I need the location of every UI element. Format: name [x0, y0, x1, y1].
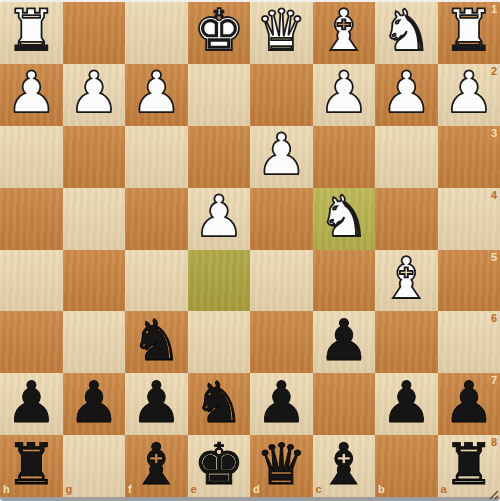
square-b3[interactable]: [375, 126, 438, 188]
piece-white-pawn[interactable]: ♟: [131, 64, 182, 121]
square-a1[interactable]: ♜1: [438, 2, 500, 64]
piece-white-pawn[interactable]: ♟: [256, 126, 307, 183]
resize-handle-icon[interactable]: [487, 488, 499, 500]
square-e4[interactable]: ♟: [188, 188, 251, 250]
piece-black-queen[interactable]: ♛: [256, 436, 307, 493]
square-g1[interactable]: [63, 2, 126, 64]
square-e6[interactable]: [188, 311, 251, 373]
square-f6[interactable]: ♞: [125, 311, 188, 373]
square-d8[interactable]: ♛d: [250, 435, 313, 497]
chess-app-window: ♜♚♛♝♞♜1♟♟♟♟♟♟2♟3♟♞4♝5♞♟6♟♟♟♞♟♟♟7♜hg♝f♚e♛…: [0, 0, 500, 501]
piece-white-rook[interactable]: ♜: [443, 2, 494, 59]
piece-black-knight[interactable]: ♞: [193, 374, 244, 431]
square-d5[interactable]: [250, 250, 313, 312]
square-h1[interactable]: ♜: [0, 2, 63, 64]
piece-black-pawn[interactable]: ♟: [443, 374, 494, 431]
square-g2[interactable]: ♟: [63, 64, 126, 126]
square-b6[interactable]: [375, 311, 438, 373]
square-c6[interactable]: ♟: [313, 311, 376, 373]
square-f5[interactable]: [125, 250, 188, 312]
square-c3[interactable]: [313, 126, 376, 188]
piece-black-knight[interactable]: ♞: [131, 312, 182, 369]
square-b7[interactable]: ♟: [375, 373, 438, 435]
square-h6[interactable]: [0, 311, 63, 373]
square-e3[interactable]: [188, 126, 251, 188]
piece-white-knight[interactable]: ♞: [381, 2, 432, 59]
piece-white-king[interactable]: ♚: [193, 2, 244, 59]
piece-black-king[interactable]: ♚: [193, 436, 244, 493]
piece-white-pawn[interactable]: ♟: [6, 64, 57, 121]
rank-label-4: 4: [491, 190, 497, 201]
file-label-b: b: [378, 484, 385, 495]
square-g5[interactable]: [63, 250, 126, 312]
square-d4[interactable]: [250, 188, 313, 250]
piece-black-pawn[interactable]: ♟: [381, 374, 432, 431]
square-a4[interactable]: 4: [438, 188, 500, 250]
square-b4[interactable]: [375, 188, 438, 250]
piece-black-rook[interactable]: ♜: [443, 436, 494, 493]
square-c1[interactable]: ♝: [313, 2, 376, 64]
square-e8[interactable]: ♚e: [188, 435, 251, 497]
square-f4[interactable]: [125, 188, 188, 250]
rank-label-3: 3: [491, 128, 497, 139]
square-h7[interactable]: ♟: [0, 373, 63, 435]
piece-black-pawn[interactable]: ♟: [131, 374, 182, 431]
piece-black-bishop[interactable]: ♝: [318, 436, 369, 493]
chess-board: ♜♚♛♝♞♜1♟♟♟♟♟♟2♟3♟♞4♝5♞♟6♟♟♟♞♟♟♟7♜hg♝f♚e♛…: [0, 2, 500, 497]
square-b1[interactable]: ♞: [375, 2, 438, 64]
square-h3[interactable]: [0, 126, 63, 188]
square-f8[interactable]: ♝f: [125, 435, 188, 497]
piece-white-knight[interactable]: ♞: [318, 188, 369, 245]
square-d2[interactable]: [250, 64, 313, 126]
square-f1[interactable]: [125, 2, 188, 64]
square-c5[interactable]: [313, 250, 376, 312]
piece-black-pawn[interactable]: ♟: [318, 312, 369, 369]
piece-white-pawn[interactable]: ♟: [318, 64, 369, 121]
piece-black-pawn[interactable]: ♟: [68, 374, 119, 431]
square-g3[interactable]: [63, 126, 126, 188]
rank-label-5: 5: [491, 252, 497, 263]
square-g7[interactable]: ♟: [63, 373, 126, 435]
square-a3[interactable]: 3: [438, 126, 500, 188]
square-e2[interactable]: [188, 64, 251, 126]
bottom-border: [0, 497, 500, 501]
piece-white-pawn[interactable]: ♟: [443, 64, 494, 121]
square-g6[interactable]: [63, 311, 126, 373]
rank-label-6: 6: [491, 313, 497, 324]
square-h4[interactable]: [0, 188, 63, 250]
square-a2[interactable]: ♟2: [438, 64, 500, 126]
piece-black-rook[interactable]: ♜: [6, 436, 57, 493]
square-f3[interactable]: [125, 126, 188, 188]
square-c8[interactable]: ♝c: [313, 435, 376, 497]
square-f2[interactable]: ♟: [125, 64, 188, 126]
square-g4[interactable]: [63, 188, 126, 250]
square-b8[interactable]: b: [375, 435, 438, 497]
square-e7[interactable]: ♞: [188, 373, 251, 435]
piece-black-pawn[interactable]: ♟: [256, 374, 307, 431]
square-c2[interactable]: ♟: [313, 64, 376, 126]
piece-white-pawn[interactable]: ♟: [381, 64, 432, 121]
piece-black-bishop[interactable]: ♝: [131, 436, 182, 493]
square-c7[interactable]: [313, 373, 376, 435]
square-a7[interactable]: ♟7: [438, 373, 500, 435]
square-d7[interactable]: ♟: [250, 373, 313, 435]
square-b2[interactable]: ♟: [375, 64, 438, 126]
square-e1[interactable]: ♚: [188, 2, 251, 64]
square-e5[interactable]: [188, 250, 251, 312]
square-d6[interactable]: [250, 311, 313, 373]
piece-white-pawn[interactable]: ♟: [193, 188, 244, 245]
piece-black-pawn[interactable]: ♟: [6, 374, 57, 431]
square-h8[interactable]: ♜h: [0, 435, 63, 497]
square-b5[interactable]: ♝: [375, 250, 438, 312]
square-a5[interactable]: 5: [438, 250, 500, 312]
square-f7[interactable]: ♟: [125, 373, 188, 435]
square-h5[interactable]: [0, 250, 63, 312]
square-h2[interactable]: ♟: [0, 64, 63, 126]
square-c4[interactable]: ♞: [313, 188, 376, 250]
square-g8[interactable]: g: [63, 435, 126, 497]
file-label-g: g: [66, 484, 73, 495]
square-d1[interactable]: ♛: [250, 2, 313, 64]
piece-white-bishop[interactable]: ♝: [318, 2, 369, 59]
piece-white-pawn[interactable]: ♟: [68, 64, 119, 121]
piece-white-queen[interactable]: ♛: [256, 2, 307, 59]
square-a6[interactable]: 6: [438, 311, 500, 373]
square-d3[interactable]: ♟: [250, 126, 313, 188]
piece-white-bishop[interactable]: ♝: [381, 250, 432, 307]
piece-white-rook[interactable]: ♜: [6, 2, 57, 59]
